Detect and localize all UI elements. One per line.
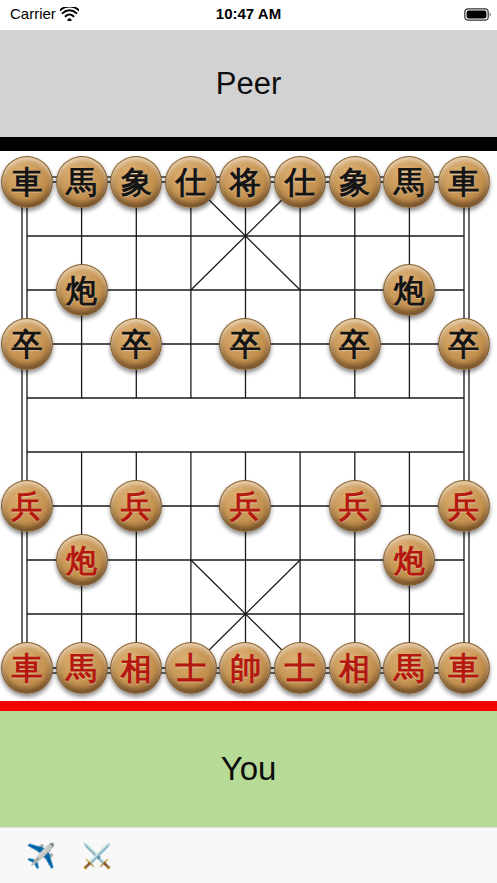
board-intersection[interactable] [436,263,491,317]
board-intersection[interactable]: 相 [109,641,164,695]
board-intersection[interactable] [327,209,382,263]
board-intersection[interactable]: 卒 [0,317,54,371]
board-intersection[interactable] [109,263,164,317]
board-intersection[interactable] [436,533,491,587]
board-intersection[interactable] [163,371,218,425]
board-intersection[interactable]: 馬 [382,641,437,695]
piece-red-soldier[interactable]: 兵 [219,480,271,532]
board-intersection[interactable] [163,479,218,533]
board-intersection[interactable] [54,317,109,371]
piece-black-chariot[interactable]: 車 [438,156,490,208]
board-intersection[interactable]: 仕 [163,155,218,209]
piece-black-soldier[interactable]: 卒 [329,318,381,370]
board-intersection[interactable] [0,209,54,263]
board-intersection[interactable] [54,425,109,479]
board-intersection[interactable] [273,263,328,317]
board-intersection[interactable]: 兵 [327,479,382,533]
board-intersection[interactable] [273,317,328,371]
board-intersection[interactable] [163,425,218,479]
black-side-divider [0,137,497,151]
board-intersection[interactable] [163,209,218,263]
you-banner: You [0,711,497,827]
board-intersection[interactable] [218,263,273,317]
piece-red-soldier[interactable]: 兵 [329,480,381,532]
piece-black-advisor[interactable]: 仕 [165,156,217,208]
piece-black-general[interactable]: 将 [219,156,271,208]
xiangqi-board-grid: 車馬象仕将仕象馬車炮炮卒卒卒卒卒兵兵兵兵兵炮炮車馬相士帥士相馬車 [0,155,491,695]
piece-red-advisor[interactable]: 士 [165,642,217,694]
board-intersection[interactable] [54,479,109,533]
board-intersection[interactable] [0,371,54,425]
app-screen: Carrier 10:47 AM Peer [0,0,497,883]
board-intersection[interactable] [273,533,328,587]
board-intersection[interactable]: 炮 [54,533,109,587]
board-intersection[interactable]: 象 [109,155,164,209]
board-intersection[interactable]: 卒 [109,317,164,371]
piece-black-soldier[interactable]: 卒 [1,318,53,370]
board-intersection[interactable]: 兵 [436,479,491,533]
board-intersection[interactable] [218,587,273,641]
board-intersection[interactable] [163,317,218,371]
peer-banner: Peer [0,30,497,137]
piece-black-advisor[interactable]: 仕 [274,156,326,208]
board-intersection[interactable]: 馬 [54,155,109,209]
board-intersection[interactable] [218,371,273,425]
piece-red-horse[interactable]: 馬 [383,642,435,694]
piece-red-soldier[interactable]: 兵 [1,480,53,532]
board-intersection[interactable]: 象 [327,155,382,209]
piece-red-cannon[interactable]: 炮 [56,534,108,586]
board-intersection[interactable] [163,533,218,587]
bottom-toolbar: ✈️ ⚔️ [0,827,497,883]
board-intersection[interactable] [382,371,437,425]
board-intersection[interactable]: 兵 [218,479,273,533]
board-intersection[interactable] [436,587,491,641]
red-side-divider [0,701,497,711]
piece-black-elephant[interactable]: 象 [110,156,162,208]
board-intersection[interactable] [273,209,328,263]
board-intersection[interactable] [109,209,164,263]
piece-black-cannon[interactable]: 炮 [383,264,435,316]
board-intersection[interactable]: 車 [0,641,54,695]
board-intersection[interactable]: 帥 [218,641,273,695]
piece-red-advisor[interactable]: 士 [274,642,326,694]
board-intersection[interactable] [327,587,382,641]
piece-red-chariot[interactable]: 車 [1,642,53,694]
piece-red-elephant[interactable]: 相 [110,642,162,694]
board-intersection[interactable] [0,533,54,587]
board-intersection[interactable]: 馬 [54,641,109,695]
board-intersection[interactable]: 将 [218,155,273,209]
battery-icon [464,7,492,25]
board-intersection[interactable] [109,533,164,587]
board-intersection[interactable]: 仕 [273,155,328,209]
piece-red-cannon[interactable]: 炮 [383,534,435,586]
piece-red-horse[interactable]: 馬 [56,642,108,694]
board-intersection[interactable] [0,263,54,317]
board-intersection[interactable]: 兵 [109,479,164,533]
board-intersection[interactable] [54,587,109,641]
board-intersection[interactable] [273,587,328,641]
piece-black-elephant[interactable]: 象 [329,156,381,208]
board-intersection[interactable]: 馬 [382,155,437,209]
board-intersection[interactable] [382,587,437,641]
board-intersection[interactable]: 車 [436,641,491,695]
piece-black-chariot[interactable]: 車 [1,156,53,208]
piece-black-soldier[interactable]: 卒 [219,318,271,370]
piece-red-soldier[interactable]: 兵 [438,480,490,532]
piece-red-elephant[interactable]: 相 [329,642,381,694]
board-intersection[interactable]: 相 [327,641,382,695]
board-intersection[interactable] [273,479,328,533]
board-intersection[interactable] [54,209,109,263]
board-intersection[interactable]: 炮 [382,263,437,317]
board-intersection[interactable]: 卒 [436,317,491,371]
board-intersection[interactable]: 炮 [54,263,109,317]
piece-black-horse[interactable]: 馬 [383,156,435,208]
board-intersection[interactable]: 車 [0,155,54,209]
piece-red-chariot[interactable]: 車 [438,642,490,694]
board-intersection[interactable]: 兵 [0,479,54,533]
piece-red-soldier[interactable]: 兵 [110,480,162,532]
board-intersection[interactable] [382,209,437,263]
piece-black-horse[interactable]: 馬 [56,156,108,208]
status-bar: Carrier 10:47 AM [0,0,497,30]
board-intersection[interactable] [109,587,164,641]
board-intersection[interactable] [382,317,437,371]
board-intersection[interactable] [109,371,164,425]
peer-label: Peer [216,66,281,102]
board-intersection[interactable] [327,425,382,479]
you-label: You [221,750,277,788]
piece-black-cannon[interactable]: 炮 [56,264,108,316]
board-intersection[interactable] [163,263,218,317]
board-intersection[interactable] [0,587,54,641]
board-intersection[interactable] [436,209,491,263]
board-intersection[interactable] [436,371,491,425]
board-intersection[interactable] [327,371,382,425]
board-intersection[interactable]: 炮 [382,533,437,587]
board-intersection[interactable]: 士 [163,641,218,695]
board-intersection[interactable] [109,425,164,479]
board-intersection[interactable] [54,371,109,425]
piece-black-soldier[interactable]: 卒 [110,318,162,370]
board-intersection[interactable]: 車 [436,155,491,209]
clock-label: 10:47 AM [0,5,497,22]
board-intersection[interactable]: 士 [273,641,328,695]
board-intersection[interactable] [218,533,273,587]
board-intersection[interactable]: 卒 [218,317,273,371]
crossed-swords-icon[interactable]: ⚔️ [82,844,112,868]
xiangqi-board: 車馬象仕将仕象馬車炮炮卒卒卒卒卒兵兵兵兵兵炮炮車馬相士帥士相馬車 [0,151,497,701]
board-intersection[interactable] [327,533,382,587]
board-intersection[interactable]: 卒 [327,317,382,371]
board-intersection[interactable] [218,209,273,263]
board-intersection[interactable] [327,263,382,317]
board-intersection[interactable] [163,587,218,641]
board-intersection[interactable] [382,425,437,479]
piece-black-soldier[interactable]: 卒 [438,318,490,370]
board-intersection[interactable] [273,425,328,479]
board-intersection[interactable] [436,425,491,479]
board-intersection[interactable] [0,425,54,479]
board-intersection[interactable] [218,425,273,479]
piece-red-general[interactable]: 帥 [219,642,271,694]
airplane-icon[interactable]: ✈️ [26,844,56,868]
board-intersection[interactable] [382,479,437,533]
board-intersection[interactable] [273,371,328,425]
